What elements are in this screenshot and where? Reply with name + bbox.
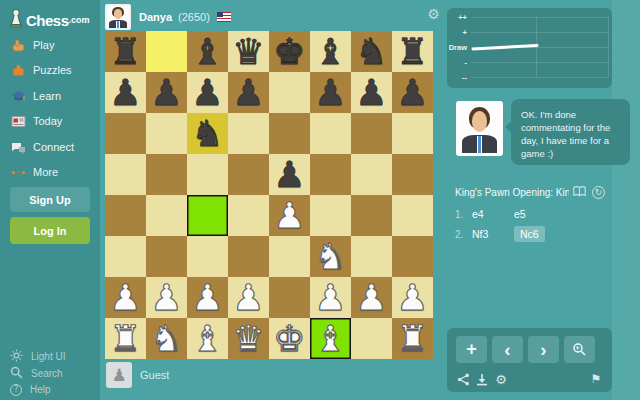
square-d8[interactable]: ♛ xyxy=(228,31,269,72)
sidebar-item-label: Puzzles xyxy=(33,64,72,76)
piece-bn: ♞ xyxy=(351,31,392,72)
square-g7[interactable]: ♟ xyxy=(351,72,392,113)
piece-bn: ♞ xyxy=(187,113,228,154)
square-e8[interactable]: ♚ xyxy=(269,31,310,72)
eval-label: + xyxy=(447,28,467,37)
piece-bk: ♚ xyxy=(269,31,310,72)
square-f8[interactable]: ♝ xyxy=(310,31,351,72)
piece-wn: ♞ xyxy=(146,318,187,359)
square-b1[interactable]: ♞ xyxy=(146,318,187,359)
square-g1[interactable] xyxy=(351,318,392,359)
commentary-bubble: OK. I'm done commentating for the day, I… xyxy=(511,99,630,165)
move-white[interactable]: Nf3 xyxy=(472,228,514,240)
piece-bp: ♟ xyxy=(351,72,392,113)
piece-bp: ♟ xyxy=(187,72,228,113)
sidebar-item-connect[interactable]: Connect xyxy=(0,135,100,159)
square-e1[interactable]: ♚ xyxy=(269,318,310,359)
new-game-button[interactable]: + xyxy=(456,336,487,363)
sidebar-item-label: Search xyxy=(31,368,63,379)
guest-avatar[interactable]: ♟ xyxy=(106,362,132,388)
sidebar: Chess .com Play Puzzles Learn Today Conn… xyxy=(0,0,100,400)
piece-bb: ♝ xyxy=(187,31,228,72)
square-d3[interactable] xyxy=(228,236,269,277)
square-g4[interactable] xyxy=(351,195,392,236)
move-white[interactable]: e4 xyxy=(472,208,514,220)
piece-wp: ♟ xyxy=(310,277,351,318)
square-c6[interactable]: ♞ xyxy=(187,113,228,154)
board-settings-gear-icon[interactable]: ⚙ xyxy=(426,7,441,22)
piece-bp: ♟ xyxy=(228,72,269,113)
sidebar-item-today[interactable]: Today xyxy=(0,109,100,133)
sidebar-item-label: More xyxy=(33,166,58,178)
eval-label: - xyxy=(447,58,467,67)
square-h7[interactable]: ♟ xyxy=(392,72,433,113)
player-name: Guest xyxy=(140,369,169,381)
move-row-1: 1. e4 e5 xyxy=(455,206,526,222)
square-h3[interactable] xyxy=(392,236,433,277)
magnifier-icon xyxy=(572,342,587,357)
square-a6[interactable] xyxy=(105,113,146,154)
search-icon xyxy=(10,365,23,383)
square-h2[interactable]: ♟ xyxy=(392,277,433,318)
top-player-header: Danya (2650) xyxy=(105,4,231,30)
sidebar-item-learn[interactable]: Learn xyxy=(0,84,100,108)
more-dots-icon xyxy=(10,164,26,180)
square-a7[interactable]: ♟ xyxy=(105,72,146,113)
square-e4[interactable]: ♟ xyxy=(269,195,310,236)
prev-move-button[interactable]: ‹ xyxy=(492,336,523,363)
piece-wq: ♛ xyxy=(228,318,269,359)
square-e6[interactable] xyxy=(269,113,310,154)
commentator-avatar[interactable] xyxy=(456,101,503,156)
square-g6[interactable] xyxy=(351,113,392,154)
sidebar-item-play[interactable]: Play xyxy=(0,33,100,57)
square-b5[interactable] xyxy=(146,154,187,195)
piece-wb: ♝ xyxy=(187,318,228,359)
eval-label: ++ xyxy=(447,13,467,22)
piece-bp: ♟ xyxy=(146,72,187,113)
newspaper-icon xyxy=(10,113,26,129)
square-d7[interactable]: ♟ xyxy=(228,72,269,113)
square-e3[interactable] xyxy=(269,236,310,277)
piece-wp: ♟ xyxy=(269,195,310,236)
player-name[interactable]: Danya xyxy=(139,11,172,23)
next-move-button[interactable]: › xyxy=(528,336,559,363)
eval-label: -- xyxy=(447,73,467,82)
square-c3[interactable] xyxy=(187,236,228,277)
settings-gear-icon[interactable]: ⚙ xyxy=(494,372,508,386)
sidebar-item-more[interactable]: More xyxy=(0,160,100,184)
report-flag-icon[interactable]: ⚑ xyxy=(589,372,603,386)
piece-bp: ♟ xyxy=(392,72,433,113)
square-f3[interactable]: ♞ xyxy=(310,236,351,277)
flip-board-icon[interactable]: ↻ xyxy=(592,186,605,199)
piece-bp: ♟ xyxy=(269,154,310,195)
piece-wb: ♝ xyxy=(310,318,351,359)
move-black-active[interactable]: Nc6 xyxy=(514,226,545,242)
square-c5[interactable] xyxy=(187,154,228,195)
piece-wk: ♚ xyxy=(269,318,310,359)
piece-wp: ♟ xyxy=(105,277,146,318)
square-b3[interactable] xyxy=(146,236,187,277)
log-in-button[interactable]: Log In xyxy=(10,217,90,244)
brightness-icon xyxy=(10,348,23,366)
square-b7[interactable]: ♟ xyxy=(146,72,187,113)
square-e5[interactable]: ♟ xyxy=(269,154,310,195)
square-f6[interactable] xyxy=(310,113,351,154)
square-d5[interactable] xyxy=(228,154,269,195)
square-e7[interactable] xyxy=(269,72,310,113)
square-c7[interactable]: ♟ xyxy=(187,72,228,113)
piece-bq: ♛ xyxy=(228,31,269,72)
sidebar-item-search[interactable]: Search xyxy=(10,366,63,381)
square-f4[interactable] xyxy=(310,195,351,236)
square-h1[interactable]: ♜ xyxy=(392,318,433,359)
move-number: 2. xyxy=(455,229,471,240)
square-d1[interactable]: ♛ xyxy=(228,318,269,359)
square-f7[interactable]: ♟ xyxy=(310,72,351,113)
square-b8[interactable] xyxy=(146,31,187,72)
square-h4[interactable] xyxy=(392,195,433,236)
chesscom-logo[interactable]: Chess .com xyxy=(8,8,90,32)
piece-bp: ♟ xyxy=(105,72,146,113)
brand-name: Chess xyxy=(26,12,69,29)
piece-wp: ♟ xyxy=(392,277,433,318)
sidebar-item-label: Help xyxy=(30,384,51,395)
square-g8[interactable]: ♞ xyxy=(351,31,392,72)
brand-suffix: .com xyxy=(69,15,90,25)
square-g5[interactable] xyxy=(351,154,392,195)
download-icon[interactable] xyxy=(475,372,489,386)
avatar[interactable] xyxy=(105,4,131,30)
sidebar-item-help[interactable]: ? Help xyxy=(10,382,51,397)
help-icon: ? xyxy=(10,384,22,396)
square-h5[interactable] xyxy=(392,154,433,195)
chat-bubbles-icon xyxy=(10,139,26,155)
sidebar-item-label: Light UI xyxy=(31,351,65,362)
eval-label: Draw xyxy=(447,43,467,52)
square-a4[interactable] xyxy=(105,195,146,236)
square-a3[interactable] xyxy=(105,236,146,277)
piece-wr: ♜ xyxy=(392,318,433,359)
opening-row: King's Pawn Opening: King's Kni... ↻ xyxy=(455,185,610,199)
square-b6[interactable] xyxy=(146,113,187,154)
square-a5[interactable] xyxy=(105,154,146,195)
square-d2[interactable]: ♟ xyxy=(228,277,269,318)
square-h6[interactable] xyxy=(392,113,433,154)
pawn-logo-icon xyxy=(8,8,24,32)
square-e2[interactable] xyxy=(269,277,310,318)
piece-wr: ♜ xyxy=(105,318,146,359)
sidebar-item-label: Learn xyxy=(33,90,61,102)
us-flag-icon xyxy=(217,12,231,22)
move-number: 1. xyxy=(455,209,471,220)
piece-wp: ♟ xyxy=(146,277,187,318)
piece-wn: ♞ xyxy=(310,236,351,277)
opening-book-icon[interactable] xyxy=(573,183,586,201)
chess-board[interactable]: ♜♝♛♚♝♞♜♟♟♟♟♟♟♟♞♟♟♞♟♟♟♟♟♟♟♜♞♝♛♚♝♜ xyxy=(105,31,433,359)
square-g3[interactable] xyxy=(351,236,392,277)
piece-bp: ♟ xyxy=(310,72,351,113)
sidebar-item-puzzles[interactable]: Puzzles xyxy=(0,58,100,82)
sidebar-item-label: Today xyxy=(33,115,62,127)
sidebar-item-label: Play xyxy=(33,39,54,51)
square-c2[interactable]: ♟ xyxy=(187,277,228,318)
bottom-player-header: ♟ Guest xyxy=(106,362,169,388)
piece-br: ♜ xyxy=(392,31,433,72)
piece-wp: ♟ xyxy=(351,277,392,318)
graduation-cap-icon xyxy=(10,88,26,104)
share-icon[interactable] xyxy=(456,372,470,386)
square-g2[interactable]: ♟ xyxy=(351,277,392,318)
player-rating: (2650) xyxy=(178,11,210,23)
opening-name: King's Pawn Opening: King's Kni... xyxy=(455,187,569,198)
square-a8[interactable]: ♜ xyxy=(105,31,146,72)
square-d4[interactable] xyxy=(228,195,269,236)
eval-graph-card: ++ + Draw - -- xyxy=(447,8,612,88)
square-a1[interactable]: ♜ xyxy=(105,318,146,359)
eval-line xyxy=(471,10,609,84)
puzzle-icon xyxy=(10,62,26,78)
square-c1[interactable]: ♝ xyxy=(187,318,228,359)
sidebar-item-light-ui[interactable]: Light UI xyxy=(10,349,65,364)
piece-br: ♜ xyxy=(105,31,146,72)
piece-bb: ♝ xyxy=(310,31,351,72)
eval-plot[interactable] xyxy=(471,10,609,84)
square-d6[interactable] xyxy=(228,113,269,154)
analysis-button[interactable] xyxy=(564,336,595,363)
sign-up-button[interactable]: Sign Up xyxy=(10,187,90,212)
piece-wp: ♟ xyxy=(187,277,228,318)
square-f5[interactable] xyxy=(310,154,351,195)
square-b4[interactable] xyxy=(146,195,187,236)
move-row-2: 2. Nf3 Nc6 xyxy=(455,226,545,242)
piece-wp: ♟ xyxy=(228,277,269,318)
square-f1[interactable]: ♝ xyxy=(310,318,351,359)
move-black[interactable]: e5 xyxy=(514,208,526,220)
square-h8[interactable]: ♜ xyxy=(392,31,433,72)
square-c4[interactable] xyxy=(187,195,228,236)
square-a2[interactable]: ♟ xyxy=(105,277,146,318)
nav-card: + ‹ › ⚙ ⚑ xyxy=(447,328,612,392)
scroll-gutter xyxy=(612,0,640,400)
square-c8[interactable]: ♝ xyxy=(187,31,228,72)
play-icon xyxy=(10,37,26,53)
sidebar-item-label: Connect xyxy=(33,141,74,153)
square-b2[interactable]: ♟ xyxy=(146,277,187,318)
square-f2[interactable]: ♟ xyxy=(310,277,351,318)
